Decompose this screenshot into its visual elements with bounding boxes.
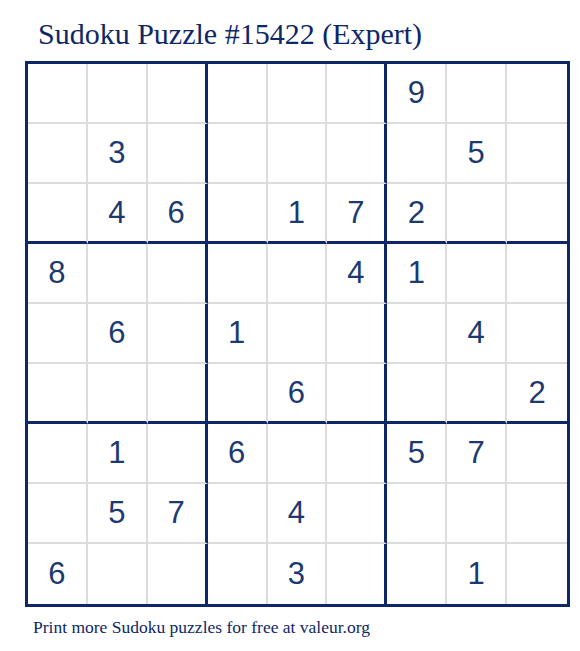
cell-r6c3: [148, 364, 208, 424]
cell-r7c3: [148, 424, 208, 484]
cell-r5c4: 1: [208, 304, 268, 364]
cell-r1c9: [507, 64, 567, 124]
cell-r5c7: [387, 304, 447, 364]
cell-r8c4: [208, 484, 268, 544]
cell-r7c6: [327, 424, 387, 484]
cell-r2c9: [507, 124, 567, 184]
cell-r9c8: 1: [447, 544, 507, 604]
cell-r2c8: 5: [447, 124, 507, 184]
cell-r4c5: [268, 244, 328, 304]
cell-r7c2: 1: [88, 424, 148, 484]
cell-r3c5: 1: [268, 184, 328, 244]
cell-r3c6: 7: [327, 184, 387, 244]
page-title: Sudoku Puzzle #15422 (Expert): [38, 17, 422, 51]
cell-r6c4: [208, 364, 268, 424]
cell-r6c7: [387, 364, 447, 424]
cell-r7c8: 7: [447, 424, 507, 484]
cell-r5c2: 6: [88, 304, 148, 364]
cell-r1c1: [28, 64, 88, 124]
cell-r5c1: [28, 304, 88, 364]
cell-r8c3: 7: [148, 484, 208, 544]
cell-r9c7: [387, 544, 447, 604]
cell-r7c7: 5: [387, 424, 447, 484]
cell-r9c1: 6: [28, 544, 88, 604]
cell-r9c6: [327, 544, 387, 604]
cell-r8c7: [387, 484, 447, 544]
cell-r3c3: 6: [148, 184, 208, 244]
cell-r5c6: [327, 304, 387, 364]
cell-r5c3: [148, 304, 208, 364]
cell-r8c1: [28, 484, 88, 544]
cell-r1c3: [148, 64, 208, 124]
sudoku-grid: 93546172841614621657574631: [25, 61, 570, 607]
cell-r3c2: 4: [88, 184, 148, 244]
cell-r8c9: [507, 484, 567, 544]
cell-r4c7: 1: [387, 244, 447, 304]
cell-r3c1: [28, 184, 88, 244]
cell-r7c5: [268, 424, 328, 484]
cell-r4c4: [208, 244, 268, 304]
cell-r5c9: [507, 304, 567, 364]
cell-r1c4: [208, 64, 268, 124]
cell-r9c9: [507, 544, 567, 604]
cell-r2c6: [327, 124, 387, 184]
cell-r8c6: [327, 484, 387, 544]
cell-r6c2: [88, 364, 148, 424]
cell-r2c4: [208, 124, 268, 184]
cell-r1c8: [447, 64, 507, 124]
cell-r6c8: [447, 364, 507, 424]
cell-r1c5: [268, 64, 328, 124]
cell-r1c6: [327, 64, 387, 124]
cell-r5c5: [268, 304, 328, 364]
cell-r1c2: [88, 64, 148, 124]
cell-r2c2: 3: [88, 124, 148, 184]
cell-r2c3: [148, 124, 208, 184]
sudoku-page: Sudoku Puzzle #15422 (Expert) 9354617284…: [0, 0, 580, 651]
cell-r8c8: [447, 484, 507, 544]
cell-r4c2: [88, 244, 148, 304]
cell-r8c5: 4: [268, 484, 328, 544]
cell-r5c8: 4: [447, 304, 507, 364]
footer-text: Print more Sudoku puzzles for free at va…: [33, 616, 370, 638]
cell-r1c7: 9: [387, 64, 447, 124]
cell-r9c4: [208, 544, 268, 604]
cell-r9c3: [148, 544, 208, 604]
cell-r4c8: [447, 244, 507, 304]
cell-r7c1: [28, 424, 88, 484]
cell-r3c9: [507, 184, 567, 244]
cell-r9c2: [88, 544, 148, 604]
cell-r4c9: [507, 244, 567, 304]
cell-r3c8: [447, 184, 507, 244]
cell-r9c5: 3: [268, 544, 328, 604]
cell-r2c5: [268, 124, 328, 184]
cell-r6c9: 2: [507, 364, 567, 424]
cell-r6c5: 6: [268, 364, 328, 424]
cell-r3c7: 2: [387, 184, 447, 244]
cell-r2c1: [28, 124, 88, 184]
cell-r6c6: [327, 364, 387, 424]
cell-r7c4: 6: [208, 424, 268, 484]
cell-r6c1: [28, 364, 88, 424]
cell-r8c2: 5: [88, 484, 148, 544]
cell-r2c7: [387, 124, 447, 184]
cell-r4c1: 8: [28, 244, 88, 304]
cell-r3c4: [208, 184, 268, 244]
cell-r4c6: 4: [327, 244, 387, 304]
cell-r7c9: [507, 424, 567, 484]
cell-r4c3: [148, 244, 208, 304]
